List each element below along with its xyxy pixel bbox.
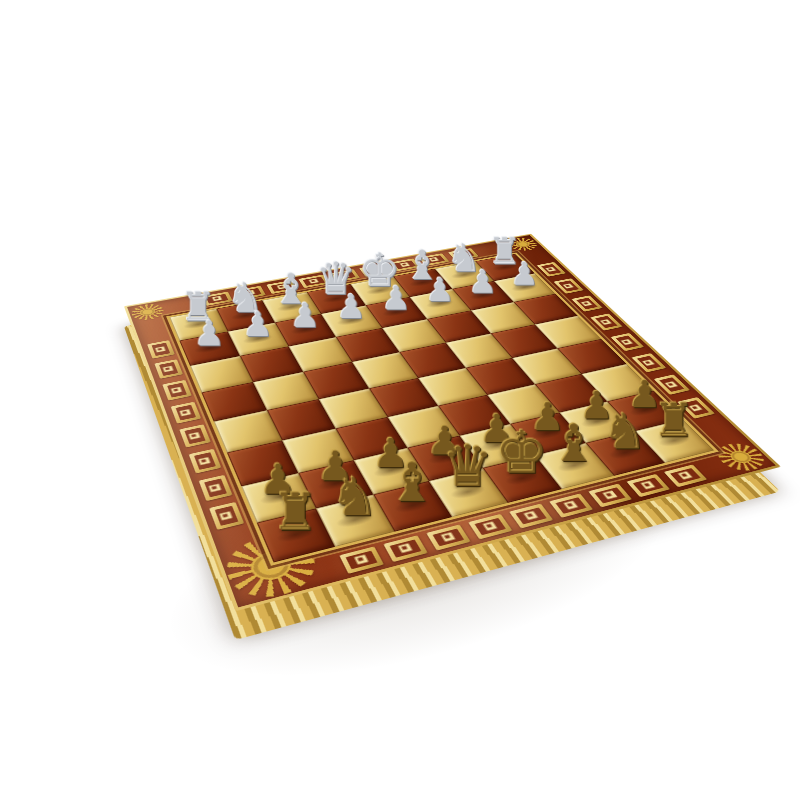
meander-tile	[179, 425, 211, 448]
product-photo: ♜♞♝♛♚♝♞♜♟♟♟♟♟♟♟♟♟♟♟♟♟♟♟♟♜♞♝♛♚♝♞♜	[0, 0, 800, 800]
meander-tile	[147, 340, 175, 359]
queen-glyph: ♛	[442, 438, 494, 496]
knight-glyph: ♞	[603, 407, 647, 456]
rook-glyph: ♜	[272, 486, 319, 538]
meander-tile	[154, 359, 183, 379]
meander-tile	[170, 402, 200, 424]
bishop-glyph: ♝	[388, 455, 436, 509]
bishop-glyph: ♝	[551, 417, 597, 468]
meander-tile	[198, 475, 232, 501]
rook-glyph: ♜	[653, 397, 695, 444]
chess-board: ♜♞♝♛♚♝♞♜♟♟♟♟♟♟♟♟♟♟♟♟♟♟♟♟♜♞♝♛♚♝♞♜	[124, 234, 781, 611]
king-glyph: ♚	[495, 423, 548, 482]
meander-tile	[209, 502, 244, 530]
knight-glyph: ♞	[331, 470, 379, 523]
